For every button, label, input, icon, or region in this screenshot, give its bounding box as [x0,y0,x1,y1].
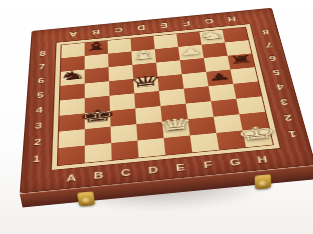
square-a5[interactable] [60,84,85,101]
brass-clasp-left [77,191,95,206]
square-f1[interactable] [190,133,219,152]
rank-label-left-8: 8 [30,46,54,61]
rank-label-left-5: 5 [27,87,52,104]
file-label-top-e: E [152,18,176,33]
chess-board: AABBCCDDEEFFGGHH1122334455667788 ♝♞♝♟♞♜♛… [20,8,313,194]
coordinate-labels: AABBCCDDEEFFGGHH1122334455667788 [32,8,272,31]
black-queen-d5[interactable]: ♛ [121,69,171,92]
rank-label-right-8: 8 [253,25,280,40]
black-pawn-g5[interactable]: ♟ [193,62,245,85]
black-knight-a6[interactable]: ♞ [48,62,96,84]
white-bishop-d7[interactable]: ♝ [119,42,167,63]
square-a1[interactable] [58,146,85,166]
square-b1[interactable] [85,143,112,163]
square-b5[interactable] [85,81,110,98]
square-c1[interactable] [111,141,138,161]
brass-clasp-right [255,174,271,190]
white-pawn-f7[interactable]: ♟ [166,37,215,58]
file-label-top-d: D [129,20,153,35]
black-bishop-b8[interactable]: ♝ [73,33,120,54]
square-h1[interactable] [243,128,273,147]
square-d1[interactable] [137,138,165,158]
rank-label-right-5: 5 [262,64,290,81]
square-e1[interactable] [164,135,193,155]
board-photo-scene: AABBCCDDEEFFGGHH1122334455667788 ♝♞♝♟♞♜♛… [0,0,313,234]
square-g1[interactable] [216,130,246,149]
